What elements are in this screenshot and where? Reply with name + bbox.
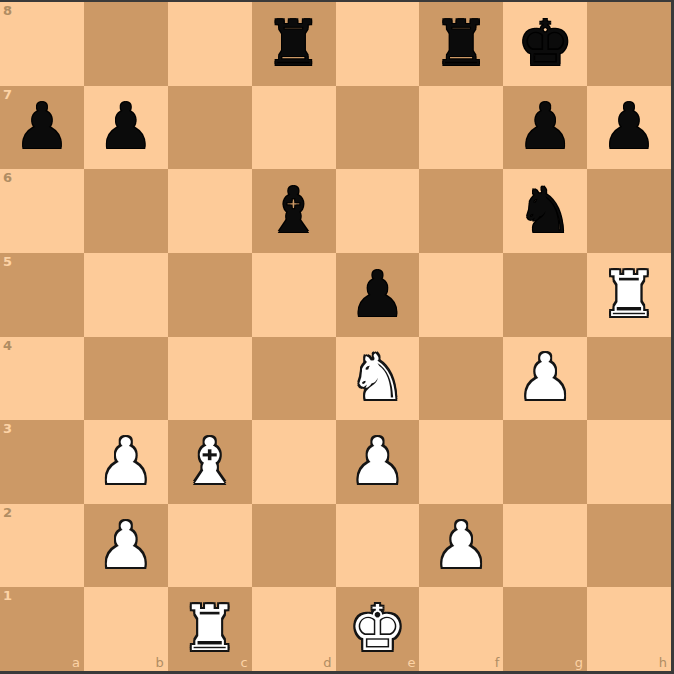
square-c2[interactable] bbox=[168, 504, 252, 588]
square-d7[interactable] bbox=[252, 86, 336, 170]
square-d3[interactable] bbox=[252, 420, 336, 504]
file-label-e: e bbox=[407, 656, 415, 669]
square-f8[interactable]: ♜ bbox=[419, 2, 503, 86]
square-d1[interactable]: d bbox=[252, 587, 336, 671]
square-d8[interactable]: ♜ bbox=[252, 2, 336, 86]
square-b2[interactable]: ♟ bbox=[84, 504, 168, 588]
square-h6[interactable] bbox=[587, 169, 671, 253]
square-e3[interactable]: ♟ bbox=[336, 420, 420, 504]
chess-board: 8♜♜♚7♟♟♟♟6♝♞5♟♜4♞♟3♟♝♟2♟♟1abc♜de♚fgh bbox=[0, 0, 674, 674]
square-d4[interactable] bbox=[252, 337, 336, 421]
piece-white-rook[interactable]: ♜ bbox=[601, 253, 657, 337]
piece-black-pawn[interactable]: ♟ bbox=[14, 86, 70, 170]
square-b4[interactable] bbox=[84, 337, 168, 421]
piece-white-king[interactable]: ♚ bbox=[349, 587, 405, 671]
square-g1[interactable]: g bbox=[503, 587, 587, 671]
rank-label-1: 1 bbox=[3, 589, 12, 602]
rank-label-4: 4 bbox=[3, 339, 12, 352]
square-a5[interactable]: 5 bbox=[0, 253, 84, 337]
piece-black-pawn[interactable]: ♟ bbox=[601, 86, 657, 170]
piece-white-pawn[interactable]: ♟ bbox=[98, 420, 154, 504]
piece-black-rook[interactable]: ♜ bbox=[433, 2, 489, 86]
square-c3[interactable]: ♝ bbox=[168, 420, 252, 504]
file-label-b: b bbox=[155, 656, 163, 669]
square-c5[interactable] bbox=[168, 253, 252, 337]
square-a2[interactable]: 2 bbox=[0, 504, 84, 588]
file-label-a: a bbox=[72, 656, 80, 669]
piece-black-bishop[interactable]: ♝ bbox=[265, 169, 321, 253]
square-f6[interactable] bbox=[419, 169, 503, 253]
rank-label-3: 3 bbox=[3, 422, 12, 435]
square-b5[interactable] bbox=[84, 253, 168, 337]
piece-white-knight[interactable]: ♞ bbox=[349, 337, 405, 421]
square-h1[interactable]: h bbox=[587, 587, 671, 671]
square-b3[interactable]: ♟ bbox=[84, 420, 168, 504]
piece-white-bishop[interactable]: ♝ bbox=[181, 420, 237, 504]
square-e6[interactable] bbox=[336, 169, 420, 253]
file-label-f: f bbox=[495, 656, 500, 669]
square-h4[interactable] bbox=[587, 337, 671, 421]
square-h2[interactable] bbox=[587, 504, 671, 588]
file-label-c: c bbox=[240, 656, 247, 669]
square-f1[interactable]: f bbox=[419, 587, 503, 671]
piece-white-pawn[interactable]: ♟ bbox=[349, 420, 405, 504]
piece-black-pawn[interactable]: ♟ bbox=[517, 86, 573, 170]
square-c1[interactable]: c♜ bbox=[168, 587, 252, 671]
piece-black-king[interactable]: ♚ bbox=[517, 2, 573, 86]
square-g8[interactable]: ♚ bbox=[503, 2, 587, 86]
square-a8[interactable]: 8 bbox=[0, 2, 84, 86]
square-h3[interactable] bbox=[587, 420, 671, 504]
square-d5[interactable] bbox=[252, 253, 336, 337]
square-f5[interactable] bbox=[419, 253, 503, 337]
square-e1[interactable]: e♚ bbox=[336, 587, 420, 671]
square-a6[interactable]: 6 bbox=[0, 169, 84, 253]
piece-black-pawn[interactable]: ♟ bbox=[98, 86, 154, 170]
square-a1[interactable]: 1a bbox=[0, 587, 84, 671]
square-g7[interactable]: ♟ bbox=[503, 86, 587, 170]
square-h8[interactable] bbox=[587, 2, 671, 86]
file-label-g: g bbox=[575, 656, 583, 669]
rank-label-7: 7 bbox=[3, 88, 12, 101]
square-b8[interactable] bbox=[84, 2, 168, 86]
square-c8[interactable] bbox=[168, 2, 252, 86]
square-f3[interactable] bbox=[419, 420, 503, 504]
rank-label-6: 6 bbox=[3, 171, 12, 184]
square-a3[interactable]: 3 bbox=[0, 420, 84, 504]
square-e5[interactable]: ♟ bbox=[336, 253, 420, 337]
rank-label-5: 5 bbox=[3, 255, 12, 268]
square-f2[interactable]: ♟ bbox=[419, 504, 503, 588]
square-e7[interactable] bbox=[336, 86, 420, 170]
square-a7[interactable]: 7♟ bbox=[0, 86, 84, 170]
square-h5[interactable]: ♜ bbox=[587, 253, 671, 337]
file-label-h: h bbox=[659, 656, 667, 669]
square-b7[interactable]: ♟ bbox=[84, 86, 168, 170]
square-c7[interactable] bbox=[168, 86, 252, 170]
square-d6[interactable]: ♝ bbox=[252, 169, 336, 253]
square-b1[interactable]: b bbox=[84, 587, 168, 671]
piece-white-rook[interactable]: ♜ bbox=[181, 587, 237, 671]
square-e2[interactable] bbox=[336, 504, 420, 588]
square-d2[interactable] bbox=[252, 504, 336, 588]
square-c4[interactable] bbox=[168, 337, 252, 421]
file-label-d: d bbox=[323, 656, 331, 669]
piece-white-pawn[interactable]: ♟ bbox=[433, 504, 489, 588]
piece-black-pawn[interactable]: ♟ bbox=[349, 253, 405, 337]
square-e8[interactable] bbox=[336, 2, 420, 86]
square-g2[interactable] bbox=[503, 504, 587, 588]
square-c6[interactable] bbox=[168, 169, 252, 253]
piece-white-pawn[interactable]: ♟ bbox=[517, 337, 573, 421]
square-f4[interactable] bbox=[419, 337, 503, 421]
piece-white-pawn[interactable]: ♟ bbox=[98, 504, 154, 588]
square-g5[interactable] bbox=[503, 253, 587, 337]
square-g6[interactable]: ♞ bbox=[503, 169, 587, 253]
rank-label-2: 2 bbox=[3, 506, 12, 519]
square-a4[interactable]: 4 bbox=[0, 337, 84, 421]
square-g3[interactable] bbox=[503, 420, 587, 504]
square-f7[interactable] bbox=[419, 86, 503, 170]
square-g4[interactable]: ♟ bbox=[503, 337, 587, 421]
piece-black-knight[interactable]: ♞ bbox=[517, 169, 573, 253]
square-h7[interactable]: ♟ bbox=[587, 86, 671, 170]
square-b6[interactable] bbox=[84, 169, 168, 253]
rank-label-8: 8 bbox=[3, 4, 12, 17]
square-e4[interactable]: ♞ bbox=[336, 337, 420, 421]
piece-black-rook[interactable]: ♜ bbox=[265, 2, 321, 86]
